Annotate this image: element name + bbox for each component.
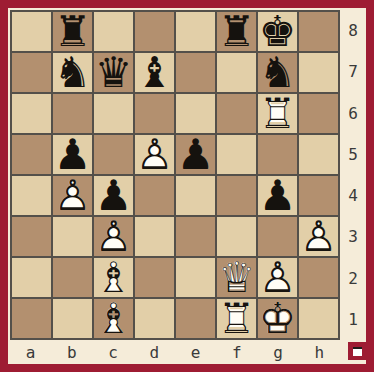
square-e1[interactable] bbox=[176, 299, 215, 338]
file-label-c: c bbox=[93, 340, 134, 364]
square-g4[interactable]: ♟ bbox=[258, 176, 297, 215]
square-c6[interactable] bbox=[94, 94, 133, 133]
square-e4[interactable] bbox=[176, 176, 215, 215]
square-a8[interactable] bbox=[12, 12, 51, 51]
square-a4[interactable] bbox=[12, 176, 51, 215]
square-g8[interactable]: ♚ bbox=[258, 12, 297, 51]
square-d4[interactable] bbox=[135, 176, 174, 215]
square-g1[interactable]: ♚♔ bbox=[258, 299, 297, 338]
square-g6[interactable]: ♜♖ bbox=[258, 94, 297, 133]
square-f1[interactable]: ♜♖ bbox=[217, 299, 256, 338]
square-a6[interactable] bbox=[12, 94, 51, 133]
files-and-marker: abcdefgh bbox=[10, 340, 366, 364]
square-e7[interactable] bbox=[176, 53, 215, 92]
square-b1[interactable] bbox=[53, 299, 92, 338]
square-d6[interactable] bbox=[135, 94, 174, 133]
file-label-f: f bbox=[216, 340, 257, 364]
square-h2[interactable] bbox=[299, 258, 338, 297]
piece-black-rook[interactable]: ♜ bbox=[217, 12, 256, 51]
square-h3[interactable]: ♟♙ bbox=[299, 217, 338, 256]
square-b8[interactable]: ♜ bbox=[53, 12, 92, 51]
rank-label-3: 3 bbox=[340, 216, 366, 257]
piece-white-bishop[interactable]: ♝♗ bbox=[94, 258, 133, 297]
square-e5[interactable]: ♟ bbox=[176, 135, 215, 174]
piece-outline-layer: ♙ bbox=[94, 217, 133, 256]
rank-labels: 87654321 bbox=[340, 10, 366, 340]
piece-outline-layer: ♙ bbox=[53, 176, 92, 215]
file-label-d: d bbox=[134, 340, 175, 364]
rank-label-4: 4 bbox=[340, 175, 366, 216]
square-h5[interactable] bbox=[299, 135, 338, 174]
square-d5[interactable]: ♟♙ bbox=[135, 135, 174, 174]
rank-label-7: 7 bbox=[340, 51, 366, 92]
square-h7[interactable] bbox=[299, 53, 338, 92]
square-a3[interactable] bbox=[12, 217, 51, 256]
square-f6[interactable] bbox=[217, 94, 256, 133]
piece-black-knight[interactable]: ♞ bbox=[258, 53, 297, 92]
square-e3[interactable] bbox=[176, 217, 215, 256]
file-label-a: a bbox=[10, 340, 51, 364]
square-a1[interactable] bbox=[12, 299, 51, 338]
piece-black-king[interactable]: ♚ bbox=[258, 12, 297, 51]
square-h8[interactable] bbox=[299, 12, 338, 51]
square-g7[interactable]: ♞ bbox=[258, 53, 297, 92]
square-f5[interactable] bbox=[217, 135, 256, 174]
square-a2[interactable] bbox=[12, 258, 51, 297]
square-f3[interactable] bbox=[217, 217, 256, 256]
square-d3[interactable] bbox=[135, 217, 174, 256]
file-label-b: b bbox=[51, 340, 92, 364]
piece-outline-layer: ♗ bbox=[94, 299, 133, 338]
square-d2[interactable] bbox=[135, 258, 174, 297]
piece-white-bishop[interactable]: ♝♗ bbox=[94, 299, 133, 338]
square-b2[interactable] bbox=[53, 258, 92, 297]
chess-board: ♜♜♚♞♛♝♞♜♖♟♟♙♟♟♙♟♟♟♙♟♙♝♗♛♕♟♙♝♗♜♖♚♔ bbox=[10, 10, 340, 340]
square-g5[interactable] bbox=[258, 135, 297, 174]
chess-diagram-frame: ♜♜♚♞♛♝♞♜♖♟♟♙♟♟♙♟♟♟♙♟♙♝♗♛♕♟♙♝♗♜♖♚♔ 876543… bbox=[0, 0, 374, 372]
square-d8[interactable] bbox=[135, 12, 174, 51]
piece-outline-layer: ♔ bbox=[258, 299, 297, 338]
piece-black-queen[interactable]: ♛ bbox=[94, 53, 133, 92]
rank-label-2: 2 bbox=[340, 258, 366, 299]
square-f2[interactable]: ♛♕ bbox=[217, 258, 256, 297]
piece-white-king[interactable]: ♚♔ bbox=[258, 299, 297, 338]
red-square-icon-center bbox=[353, 347, 362, 356]
square-c5[interactable] bbox=[94, 135, 133, 174]
square-e6[interactable] bbox=[176, 94, 215, 133]
rank-label-8: 8 bbox=[340, 10, 366, 51]
diagram-content: ♜♜♚♞♛♝♞♜♖♟♟♙♟♟♙♟♟♟♙♟♙♝♗♛♕♟♙♝♗♜♖♚♔ 876543… bbox=[8, 8, 366, 364]
square-c7[interactable]: ♛ bbox=[94, 53, 133, 92]
square-b5[interactable]: ♟ bbox=[53, 135, 92, 174]
corner-marker-cell bbox=[340, 340, 366, 364]
square-f8[interactable]: ♜ bbox=[217, 12, 256, 51]
square-c1[interactable]: ♝♗ bbox=[94, 299, 133, 338]
square-f4[interactable] bbox=[217, 176, 256, 215]
piece-white-pawn[interactable]: ♟♙ bbox=[94, 217, 133, 256]
square-b3[interactable] bbox=[53, 217, 92, 256]
square-h4[interactable] bbox=[299, 176, 338, 215]
file-label-e: e bbox=[175, 340, 216, 364]
square-d1[interactable] bbox=[135, 299, 174, 338]
square-c4[interactable]: ♟ bbox=[94, 176, 133, 215]
piece-white-pawn[interactable]: ♟♙ bbox=[135, 135, 174, 174]
square-c2[interactable]: ♝♗ bbox=[94, 258, 133, 297]
file-labels: abcdefgh bbox=[10, 340, 340, 364]
piece-outline-layer: ♗ bbox=[94, 258, 133, 297]
board-and-ranks: ♜♜♚♞♛♝♞♜♖♟♟♙♟♟♙♟♟♟♙♟♙♝♗♛♕♟♙♝♗♜♖♚♔ 876543… bbox=[10, 10, 366, 340]
piece-black-knight[interactable]: ♞ bbox=[53, 53, 92, 92]
piece-white-queen[interactable]: ♛♕ bbox=[217, 258, 256, 297]
square-e8[interactable] bbox=[176, 12, 215, 51]
piece-outline-layer: ♙ bbox=[299, 217, 338, 256]
square-g3[interactable] bbox=[258, 217, 297, 256]
piece-black-rook[interactable]: ♜ bbox=[53, 12, 92, 51]
square-a5[interactable] bbox=[12, 135, 51, 174]
square-e2[interactable] bbox=[176, 258, 215, 297]
piece-outline-layer: ♙ bbox=[135, 135, 174, 174]
square-b6[interactable] bbox=[53, 94, 92, 133]
piece-outline-layer: ♙ bbox=[258, 258, 297, 297]
piece-white-rook[interactable]: ♜♖ bbox=[258, 94, 297, 133]
square-b7[interactable]: ♞ bbox=[53, 53, 92, 92]
square-f7[interactable] bbox=[217, 53, 256, 92]
square-c8[interactable] bbox=[94, 12, 133, 51]
square-h6[interactable] bbox=[299, 94, 338, 133]
square-g2[interactable]: ♟♙ bbox=[258, 258, 297, 297]
piece-outline-layer: ♖ bbox=[258, 94, 297, 133]
square-a7[interactable] bbox=[12, 53, 51, 92]
rank-label-1: 1 bbox=[340, 299, 366, 340]
piece-black-pawn[interactable]: ♟ bbox=[176, 135, 215, 174]
piece-white-pawn[interactable]: ♟♙ bbox=[258, 258, 297, 297]
piece-black-pawn[interactable]: ♟ bbox=[53, 135, 92, 174]
piece-outline-layer: ♖ bbox=[217, 299, 256, 338]
piece-black-pawn[interactable]: ♟ bbox=[94, 176, 133, 215]
square-b4[interactable]: ♟♙ bbox=[53, 176, 92, 215]
piece-black-bishop[interactable]: ♝ bbox=[135, 53, 174, 92]
piece-white-pawn[interactable]: ♟♙ bbox=[53, 176, 92, 215]
red-square-icon bbox=[348, 342, 366, 360]
square-d7[interactable]: ♝ bbox=[135, 53, 174, 92]
piece-white-rook[interactable]: ♜♖ bbox=[217, 299, 256, 338]
square-c3[interactable]: ♟♙ bbox=[94, 217, 133, 256]
square-h1[interactable] bbox=[299, 299, 338, 338]
rank-label-6: 6 bbox=[340, 93, 366, 134]
file-label-h: h bbox=[299, 340, 340, 364]
piece-black-pawn[interactable]: ♟ bbox=[258, 176, 297, 215]
piece-white-pawn[interactable]: ♟♙ bbox=[299, 217, 338, 256]
rank-label-5: 5 bbox=[340, 134, 366, 175]
file-label-g: g bbox=[258, 340, 299, 364]
piece-outline-layer: ♕ bbox=[217, 258, 256, 297]
